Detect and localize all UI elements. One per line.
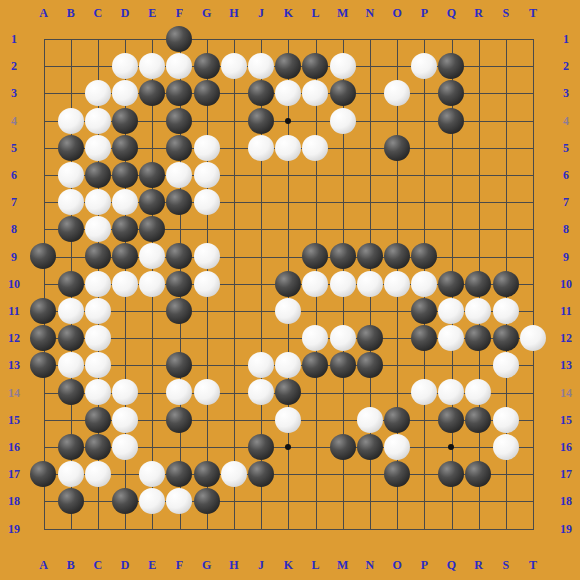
white-stone bbox=[248, 352, 274, 378]
white-stone bbox=[330, 108, 356, 134]
column-label: K bbox=[284, 559, 293, 571]
star-point bbox=[285, 118, 291, 124]
column-label: R bbox=[474, 559, 483, 571]
white-stone bbox=[194, 162, 220, 188]
column-label: Q bbox=[447, 7, 456, 19]
row-label: 1 bbox=[563, 33, 569, 45]
row-label: 3 bbox=[563, 87, 569, 99]
column-label: S bbox=[503, 559, 510, 571]
white-stone bbox=[438, 325, 464, 351]
black-stone bbox=[194, 488, 220, 514]
black-stone bbox=[330, 80, 356, 106]
white-stone bbox=[248, 53, 274, 79]
white-stone bbox=[493, 298, 519, 324]
white-stone bbox=[166, 379, 192, 405]
white-stone bbox=[85, 379, 111, 405]
row-label: 4 bbox=[563, 115, 569, 127]
row-label: 19 bbox=[560, 523, 572, 535]
white-stone bbox=[275, 298, 301, 324]
black-stone bbox=[112, 216, 138, 242]
black-stone bbox=[275, 53, 301, 79]
column-label: L bbox=[311, 7, 319, 19]
row-label: 15 bbox=[8, 414, 20, 426]
row-label: 12 bbox=[8, 332, 20, 344]
black-stone bbox=[194, 461, 220, 487]
row-label: 9 bbox=[11, 251, 17, 263]
white-stone bbox=[139, 271, 165, 297]
column-label: G bbox=[202, 559, 211, 571]
white-stone bbox=[194, 189, 220, 215]
black-stone bbox=[166, 26, 192, 52]
column-label: C bbox=[94, 559, 103, 571]
column-label: B bbox=[67, 7, 75, 19]
white-stone bbox=[58, 352, 84, 378]
white-stone bbox=[112, 189, 138, 215]
white-stone bbox=[384, 434, 410, 460]
go-board: ABCDEFGHJKLMNOPQRSTABCDEFGHJKLMNOPQRST12… bbox=[0, 0, 580, 580]
white-stone bbox=[166, 53, 192, 79]
white-stone bbox=[438, 379, 464, 405]
white-stone bbox=[520, 325, 546, 351]
black-stone bbox=[139, 80, 165, 106]
black-stone bbox=[85, 162, 111, 188]
black-stone bbox=[275, 271, 301, 297]
black-stone bbox=[465, 325, 491, 351]
row-label: 18 bbox=[560, 495, 572, 507]
black-stone bbox=[30, 352, 56, 378]
white-stone bbox=[85, 325, 111, 351]
white-stone bbox=[194, 135, 220, 161]
white-stone bbox=[330, 53, 356, 79]
row-label: 17 bbox=[560, 468, 572, 480]
black-stone bbox=[384, 243, 410, 269]
white-stone bbox=[248, 135, 274, 161]
black-stone bbox=[330, 243, 356, 269]
row-label: 7 bbox=[11, 196, 17, 208]
row-label: 10 bbox=[560, 278, 572, 290]
star-point bbox=[285, 444, 291, 450]
black-stone bbox=[166, 189, 192, 215]
black-stone bbox=[166, 108, 192, 134]
white-stone bbox=[357, 407, 383, 433]
black-stone bbox=[58, 434, 84, 460]
black-stone bbox=[248, 80, 274, 106]
white-stone bbox=[493, 434, 519, 460]
black-stone bbox=[357, 352, 383, 378]
row-label: 8 bbox=[563, 223, 569, 235]
black-stone bbox=[357, 243, 383, 269]
black-stone bbox=[166, 135, 192, 161]
white-stone bbox=[112, 434, 138, 460]
white-stone bbox=[85, 216, 111, 242]
column-label: T bbox=[529, 7, 537, 19]
black-stone bbox=[465, 461, 491, 487]
white-stone bbox=[85, 135, 111, 161]
black-stone bbox=[85, 434, 111, 460]
column-label: J bbox=[258, 7, 264, 19]
column-label: M bbox=[337, 559, 348, 571]
black-stone bbox=[166, 407, 192, 433]
black-stone bbox=[166, 243, 192, 269]
white-stone bbox=[58, 108, 84, 134]
black-stone bbox=[58, 325, 84, 351]
black-stone bbox=[112, 243, 138, 269]
column-label: J bbox=[258, 559, 264, 571]
white-stone bbox=[302, 80, 328, 106]
column-label: R bbox=[474, 7, 483, 19]
black-stone bbox=[166, 352, 192, 378]
column-label: F bbox=[176, 7, 183, 19]
white-stone bbox=[194, 243, 220, 269]
row-label: 18 bbox=[8, 495, 20, 507]
column-label: N bbox=[366, 7, 375, 19]
row-label: 6 bbox=[563, 169, 569, 181]
white-stone bbox=[85, 108, 111, 134]
column-label: N bbox=[366, 559, 375, 571]
white-stone bbox=[330, 271, 356, 297]
white-stone bbox=[194, 379, 220, 405]
white-stone bbox=[493, 407, 519, 433]
column-label: K bbox=[284, 7, 293, 19]
white-stone bbox=[275, 407, 301, 433]
row-label: 2 bbox=[563, 60, 569, 72]
black-stone bbox=[302, 53, 328, 79]
white-stone bbox=[85, 461, 111, 487]
black-stone bbox=[438, 80, 464, 106]
row-label: 9 bbox=[563, 251, 569, 263]
black-stone bbox=[357, 434, 383, 460]
column-label: F bbox=[176, 559, 183, 571]
white-stone bbox=[85, 80, 111, 106]
column-label: G bbox=[202, 7, 211, 19]
black-stone bbox=[139, 189, 165, 215]
black-stone bbox=[411, 298, 437, 324]
white-stone bbox=[438, 298, 464, 324]
column-label: A bbox=[39, 7, 48, 19]
white-stone bbox=[357, 271, 383, 297]
black-stone bbox=[465, 407, 491, 433]
black-stone bbox=[384, 407, 410, 433]
white-stone bbox=[194, 271, 220, 297]
white-stone bbox=[275, 352, 301, 378]
black-stone bbox=[166, 80, 192, 106]
white-stone bbox=[85, 271, 111, 297]
black-stone bbox=[493, 271, 519, 297]
black-stone bbox=[248, 108, 274, 134]
black-stone bbox=[357, 325, 383, 351]
black-stone bbox=[30, 325, 56, 351]
row-label: 13 bbox=[560, 359, 572, 371]
column-label: H bbox=[229, 7, 238, 19]
row-label: 15 bbox=[560, 414, 572, 426]
black-stone bbox=[30, 298, 56, 324]
white-stone bbox=[58, 189, 84, 215]
black-stone bbox=[85, 243, 111, 269]
column-label: M bbox=[337, 7, 348, 19]
row-label: 1 bbox=[11, 33, 17, 45]
black-stone bbox=[112, 488, 138, 514]
black-stone bbox=[275, 379, 301, 405]
black-stone bbox=[465, 271, 491, 297]
white-stone bbox=[465, 379, 491, 405]
column-label: E bbox=[148, 559, 156, 571]
row-label: 4 bbox=[11, 115, 17, 127]
white-stone bbox=[85, 352, 111, 378]
white-stone bbox=[166, 488, 192, 514]
black-stone bbox=[58, 379, 84, 405]
black-stone bbox=[194, 53, 220, 79]
white-stone bbox=[139, 53, 165, 79]
black-stone bbox=[438, 461, 464, 487]
row-label: 16 bbox=[560, 441, 572, 453]
row-label: 14 bbox=[560, 387, 572, 399]
white-stone bbox=[166, 162, 192, 188]
column-label: O bbox=[392, 7, 401, 19]
row-label: 8 bbox=[11, 223, 17, 235]
black-stone bbox=[194, 80, 220, 106]
row-label: 5 bbox=[563, 142, 569, 154]
black-stone bbox=[302, 352, 328, 378]
black-stone bbox=[58, 488, 84, 514]
black-stone bbox=[166, 461, 192, 487]
black-stone bbox=[384, 135, 410, 161]
white-stone bbox=[112, 53, 138, 79]
white-stone bbox=[302, 135, 328, 161]
row-label: 16 bbox=[8, 441, 20, 453]
black-stone bbox=[384, 461, 410, 487]
column-label: E bbox=[148, 7, 156, 19]
black-stone bbox=[30, 461, 56, 487]
white-stone bbox=[302, 271, 328, 297]
white-stone bbox=[302, 325, 328, 351]
column-label: S bbox=[503, 7, 510, 19]
row-label: 19 bbox=[8, 523, 20, 535]
white-stone bbox=[275, 135, 301, 161]
black-stone bbox=[166, 298, 192, 324]
black-stone bbox=[248, 434, 274, 460]
white-stone bbox=[112, 407, 138, 433]
white-stone bbox=[411, 53, 437, 79]
board-grid[interactable] bbox=[30, 25, 547, 542]
black-stone bbox=[166, 271, 192, 297]
white-stone bbox=[58, 298, 84, 324]
row-label: 11 bbox=[8, 305, 19, 317]
black-stone bbox=[438, 271, 464, 297]
row-label: 11 bbox=[560, 305, 571, 317]
row-label: 3 bbox=[11, 87, 17, 99]
row-label: 13 bbox=[8, 359, 20, 371]
white-stone bbox=[85, 189, 111, 215]
white-stone bbox=[58, 162, 84, 188]
white-stone bbox=[275, 80, 301, 106]
black-stone bbox=[112, 108, 138, 134]
column-label: P bbox=[421, 7, 428, 19]
black-stone bbox=[112, 162, 138, 188]
white-stone bbox=[112, 80, 138, 106]
white-stone bbox=[139, 461, 165, 487]
column-label: B bbox=[67, 559, 75, 571]
white-stone bbox=[384, 271, 410, 297]
white-stone bbox=[58, 461, 84, 487]
white-stone bbox=[493, 352, 519, 378]
column-label: L bbox=[311, 559, 319, 571]
black-stone bbox=[58, 135, 84, 161]
white-stone bbox=[248, 379, 274, 405]
column-label: P bbox=[421, 559, 428, 571]
black-stone bbox=[411, 243, 437, 269]
column-label: A bbox=[39, 559, 48, 571]
row-label: 2 bbox=[11, 60, 17, 72]
black-stone bbox=[411, 325, 437, 351]
row-label: 5 bbox=[11, 142, 17, 154]
black-stone bbox=[493, 325, 519, 351]
black-stone bbox=[139, 216, 165, 242]
column-label: D bbox=[121, 559, 130, 571]
black-stone bbox=[139, 162, 165, 188]
black-stone bbox=[85, 407, 111, 433]
white-stone bbox=[465, 298, 491, 324]
column-label: H bbox=[229, 559, 238, 571]
column-label: C bbox=[94, 7, 103, 19]
black-stone bbox=[58, 271, 84, 297]
row-label: 14 bbox=[8, 387, 20, 399]
white-stone bbox=[139, 243, 165, 269]
black-stone bbox=[248, 461, 274, 487]
white-stone bbox=[221, 53, 247, 79]
column-label: O bbox=[392, 559, 401, 571]
white-stone bbox=[411, 271, 437, 297]
white-stone bbox=[384, 80, 410, 106]
black-stone bbox=[302, 243, 328, 269]
black-stone bbox=[112, 135, 138, 161]
black-stone bbox=[330, 352, 356, 378]
black-stone bbox=[438, 53, 464, 79]
star-point bbox=[448, 444, 454, 450]
black-stone bbox=[330, 434, 356, 460]
white-stone bbox=[330, 325, 356, 351]
row-label: 10 bbox=[8, 278, 20, 290]
white-stone bbox=[112, 271, 138, 297]
row-label: 6 bbox=[11, 169, 17, 181]
column-label: D bbox=[121, 7, 130, 19]
white-stone bbox=[221, 461, 247, 487]
column-label: Q bbox=[447, 559, 456, 571]
black-stone bbox=[30, 243, 56, 269]
white-stone bbox=[139, 488, 165, 514]
white-stone bbox=[85, 298, 111, 324]
row-label: 7 bbox=[563, 196, 569, 208]
black-stone bbox=[58, 216, 84, 242]
white-stone bbox=[112, 379, 138, 405]
column-label: T bbox=[529, 559, 537, 571]
black-stone bbox=[438, 108, 464, 134]
row-label: 12 bbox=[560, 332, 572, 344]
black-stone bbox=[438, 407, 464, 433]
white-stone bbox=[411, 379, 437, 405]
row-label: 17 bbox=[8, 468, 20, 480]
